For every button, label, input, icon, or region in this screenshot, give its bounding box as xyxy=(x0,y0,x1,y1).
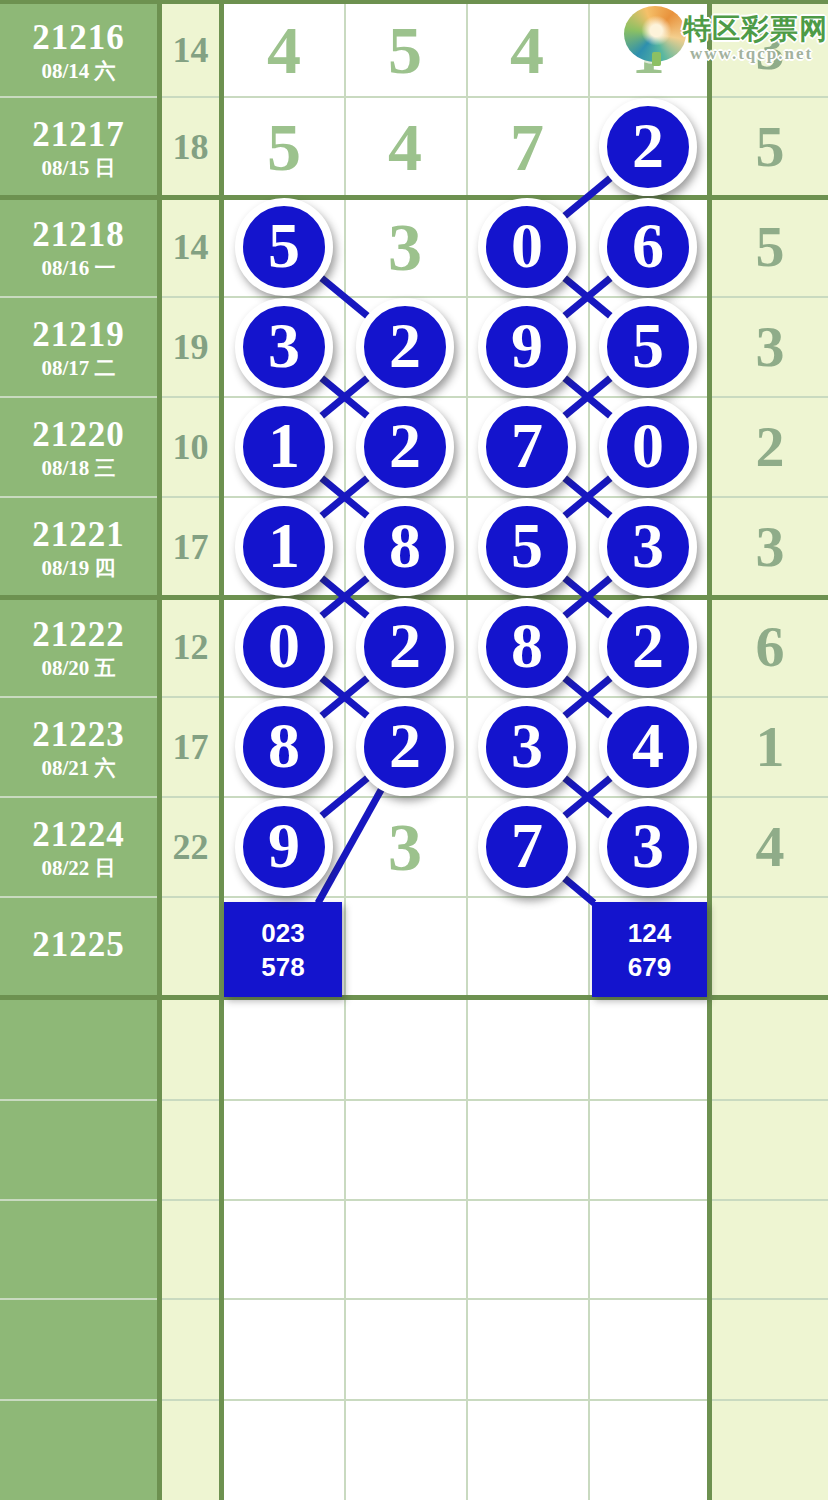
circled-digit: 2 xyxy=(356,598,454,696)
circled-digit: 1 xyxy=(235,498,333,596)
circled-digit: 2 xyxy=(599,98,697,196)
circled-digit: 2 xyxy=(356,698,454,796)
circled-digit: 0 xyxy=(599,398,697,496)
circled-digit: 5 xyxy=(235,198,333,296)
circled-digit: 2 xyxy=(356,398,454,496)
prediction-numbers: 023 xyxy=(224,916,342,950)
circled-digit: 5 xyxy=(478,498,576,596)
prediction-numbers: 679 xyxy=(592,950,707,984)
circled-digit: 3 xyxy=(235,298,333,396)
circled-digit: 3 xyxy=(599,498,697,596)
prediction-numbers: 578 xyxy=(224,950,342,984)
circled-digit: 3 xyxy=(599,798,697,896)
lottery-trend-chart: 2121608/14 六14345412121708/15 日185547221… xyxy=(0,0,828,1500)
circled-digit: 5 xyxy=(599,298,697,396)
circled-digit: 4 xyxy=(599,698,697,796)
circled-digit: 8 xyxy=(235,698,333,796)
circled-digit: 7 xyxy=(478,398,576,496)
circled-digit: 9 xyxy=(478,298,576,396)
circled-digit: 6 xyxy=(599,198,697,296)
circled-digit: 2 xyxy=(599,598,697,696)
prediction-box: 023578 xyxy=(224,902,342,997)
circled-digit: 1 xyxy=(235,398,333,496)
circled-digit: 2 xyxy=(356,298,454,396)
circled-digit: 9 xyxy=(235,798,333,896)
prediction-box: 124679 xyxy=(592,902,707,997)
prediction-numbers: 124 xyxy=(592,916,707,950)
circled-digit: 8 xyxy=(356,498,454,596)
circled-digit: 7 xyxy=(478,798,576,896)
circled-digit: 0 xyxy=(478,198,576,296)
circled-digit: 3 xyxy=(478,698,576,796)
circled-digit: 8 xyxy=(478,598,576,696)
circled-digit: 0 xyxy=(235,598,333,696)
